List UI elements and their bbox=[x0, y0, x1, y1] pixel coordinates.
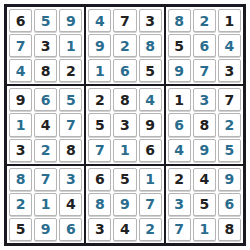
cell-r7c1-entry-digit[interactable]: 8 bbox=[9, 168, 32, 191]
cell-r7c3-entry-digit[interactable]: 3 bbox=[59, 168, 82, 191]
cell-r6c1-given-digit[interactable]: 3 bbox=[9, 139, 32, 162]
cell-r8c8-given-digit[interactable]: 5 bbox=[193, 193, 216, 216]
cell-r4c3-entry-digit[interactable]: 5 bbox=[59, 88, 82, 111]
cell-r9c3-entry-digit[interactable]: 6 bbox=[59, 218, 82, 241]
cell-r1c3-entry-digit[interactable]: 9 bbox=[59, 9, 82, 32]
cell-r8c1-entry-digit[interactable]: 2 bbox=[9, 193, 32, 216]
sudoku-board: 6597314824739281658215649739651473282845… bbox=[4, 4, 246, 246]
cell-r2c4-entry-digit[interactable]: 9 bbox=[88, 34, 111, 57]
cell-r2c8-entry-digit[interactable]: 6 bbox=[193, 34, 216, 57]
cell-r5c8-given-digit[interactable]: 8 bbox=[193, 113, 216, 136]
cell-r7c9-entry-digit[interactable]: 9 bbox=[218, 168, 241, 191]
cell-r6c4-entry-digit[interactable]: 7 bbox=[88, 139, 111, 162]
box-2-2: 284539716 bbox=[86, 86, 163, 163]
cell-r1c5-given-digit[interactable]: 7 bbox=[113, 9, 136, 32]
cell-r8c4-entry-digit[interactable]: 8 bbox=[88, 193, 111, 216]
cell-r9c5-given-digit[interactable]: 4 bbox=[113, 218, 136, 241]
cell-r6c5-entry-digit[interactable]: 1 bbox=[113, 139, 136, 162]
cell-r3c7-entry-digit[interactable]: 9 bbox=[168, 59, 191, 82]
cell-r7c8-given-digit[interactable]: 4 bbox=[193, 168, 216, 191]
cell-r9c2-entry-digit[interactable]: 9 bbox=[34, 218, 57, 241]
cell-r9c7-entry-digit[interactable]: 7 bbox=[168, 218, 191, 241]
cell-r9c8-entry-digit[interactable]: 1 bbox=[193, 218, 216, 241]
cell-r3c8-entry-digit[interactable]: 7 bbox=[193, 59, 216, 82]
cell-r9c4-given-digit[interactable]: 3 bbox=[88, 218, 111, 241]
cell-r1c1-given-digit[interactable]: 6 bbox=[9, 9, 32, 32]
cell-r6c6-given-digit[interactable]: 6 bbox=[139, 139, 162, 162]
cell-r5c3-entry-digit[interactable]: 7 bbox=[59, 113, 82, 136]
cell-r4c7-given-digit[interactable]: 1 bbox=[168, 88, 191, 111]
cell-r3c6-given-digit[interactable]: 5 bbox=[139, 59, 162, 82]
cell-r3c9-given-digit[interactable]: 3 bbox=[218, 59, 241, 82]
cell-r1c8-entry-digit[interactable]: 2 bbox=[193, 9, 216, 32]
cell-r3c5-entry-digit[interactable]: 6 bbox=[113, 59, 136, 82]
cell-r5c7-entry-digit[interactable]: 6 bbox=[168, 113, 191, 136]
cell-r5c9-entry-digit[interactable]: 2 bbox=[218, 113, 241, 136]
box-2-3: 137682495 bbox=[166, 86, 243, 163]
box-1-1: 659731482 bbox=[7, 7, 84, 84]
cell-r4c2-entry-digit[interactable]: 6 bbox=[34, 88, 57, 111]
box-2-1: 965147328 bbox=[7, 86, 84, 163]
cell-r3c2-given-digit[interactable]: 8 bbox=[34, 59, 57, 82]
cell-r4c9-given-digit[interactable]: 7 bbox=[218, 88, 241, 111]
cell-r4c8-entry-digit[interactable]: 3 bbox=[193, 88, 216, 111]
cell-r7c4-given-digit[interactable]: 6 bbox=[88, 168, 111, 191]
sudoku-page: 6597314824739281658215649739651473282845… bbox=[0, 0, 250, 250]
cell-r4c4-given-digit[interactable]: 2 bbox=[88, 88, 111, 111]
cell-r5c5-given-digit[interactable]: 3 bbox=[113, 113, 136, 136]
box-1-3: 821564973 bbox=[166, 7, 243, 84]
cell-r8c5-entry-digit[interactable]: 9 bbox=[113, 193, 136, 216]
cell-r4c5-given-digit[interactable]: 8 bbox=[113, 88, 136, 111]
box-3-3: 249356718 bbox=[166, 166, 243, 243]
cell-r2c2-given-digit[interactable]: 3 bbox=[34, 34, 57, 57]
cell-r8c2-entry-digit[interactable]: 1 bbox=[34, 193, 57, 216]
box-3-2: 651897342 bbox=[86, 166, 163, 243]
cell-r1c4-entry-digit[interactable]: 4 bbox=[88, 9, 111, 32]
cell-r8c9-entry-digit[interactable]: 6 bbox=[218, 193, 241, 216]
cell-r2c9-entry-digit[interactable]: 4 bbox=[218, 34, 241, 57]
cell-r8c6-entry-digit[interactable]: 7 bbox=[139, 193, 162, 216]
cell-r5c4-given-digit[interactable]: 5 bbox=[88, 113, 111, 136]
cell-r8c3-given-digit[interactable]: 4 bbox=[59, 193, 82, 216]
box-1-2: 473928165 bbox=[86, 7, 163, 84]
cell-r1c2-entry-digit[interactable]: 5 bbox=[34, 9, 57, 32]
cell-r1c6-given-digit[interactable]: 3 bbox=[139, 9, 162, 32]
cell-r7c5-given-digit[interactable]: 5 bbox=[113, 168, 136, 191]
cell-r6c3-given-digit[interactable]: 8 bbox=[59, 139, 82, 162]
cell-r6c9-entry-digit[interactable]: 5 bbox=[218, 139, 241, 162]
cell-r2c1-entry-digit[interactable]: 7 bbox=[9, 34, 32, 57]
cell-r3c4-entry-digit[interactable]: 1 bbox=[88, 59, 111, 82]
cell-r5c6-given-digit[interactable]: 9 bbox=[139, 113, 162, 136]
cell-r2c3-entry-digit[interactable]: 1 bbox=[59, 34, 82, 57]
cell-r9c6-entry-digit[interactable]: 2 bbox=[139, 218, 162, 241]
cell-r3c3-given-digit[interactable]: 2 bbox=[59, 59, 82, 82]
cell-r3c1-entry-digit[interactable]: 4 bbox=[9, 59, 32, 82]
cell-r4c1-given-digit[interactable]: 9 bbox=[9, 88, 32, 111]
cell-r6c2-entry-digit[interactable]: 2 bbox=[34, 139, 57, 162]
cell-r7c6-entry-digit[interactable]: 1 bbox=[139, 168, 162, 191]
cell-r6c8-entry-digit[interactable]: 9 bbox=[193, 139, 216, 162]
cell-r2c7-given-digit[interactable]: 5 bbox=[168, 34, 191, 57]
cell-r2c6-entry-digit[interactable]: 8 bbox=[139, 34, 162, 57]
cell-r7c7-given-digit[interactable]: 2 bbox=[168, 168, 191, 191]
cell-r9c9-given-digit[interactable]: 8 bbox=[218, 218, 241, 241]
cell-r9c1-given-digit[interactable]: 5 bbox=[9, 218, 32, 241]
box-3-1: 873214596 bbox=[7, 166, 84, 243]
cell-r2c5-entry-digit[interactable]: 2 bbox=[113, 34, 136, 57]
cell-r5c1-entry-digit[interactable]: 1 bbox=[9, 113, 32, 136]
cell-r1c9-given-digit[interactable]: 1 bbox=[218, 9, 241, 32]
cell-r8c7-entry-digit[interactable]: 3 bbox=[168, 193, 191, 216]
cell-r5c2-given-digit[interactable]: 4 bbox=[34, 113, 57, 136]
cell-r4c6-entry-digit[interactable]: 4 bbox=[139, 88, 162, 111]
cell-r7c2-entry-digit[interactable]: 7 bbox=[34, 168, 57, 191]
cell-r1c7-entry-digit[interactable]: 8 bbox=[168, 9, 191, 32]
cell-r6c7-entry-digit[interactable]: 4 bbox=[168, 139, 191, 162]
